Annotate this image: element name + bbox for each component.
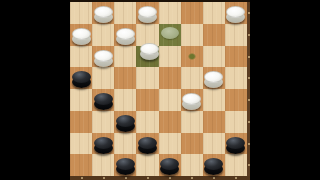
column-coordinate-mark <box>103 177 105 179</box>
board-grid <box>70 2 247 176</box>
black-checker-piece[interactable] <box>160 158 179 175</box>
column-coordinate-mark <box>191 177 193 179</box>
square-r1c0[interactable] <box>70 24 92 46</box>
game-screen <box>0 0 320 180</box>
square-r5c3[interactable] <box>136 111 158 133</box>
square-r3c6[interactable] <box>203 67 225 89</box>
square-r2c4[interactable] <box>159 46 181 68</box>
black-checker-piece[interactable] <box>94 93 113 110</box>
square-r7c1[interactable] <box>92 154 114 176</box>
black-checker-piece[interactable] <box>116 158 135 175</box>
piece-top <box>72 71 91 83</box>
black-checker-piece[interactable] <box>94 137 113 154</box>
black-checker-piece[interactable] <box>226 137 245 154</box>
square-r6c3[interactable] <box>136 133 158 155</box>
square-r2c3[interactable] <box>136 46 158 68</box>
square-r7c7[interactable] <box>225 154 247 176</box>
square-r4c5[interactable] <box>181 89 203 111</box>
piece-top <box>72 28 91 40</box>
right-coordinate-strip <box>247 2 250 176</box>
square-r7c6[interactable] <box>203 154 225 176</box>
piece-top <box>94 50 113 62</box>
black-checker-piece[interactable] <box>116 115 135 132</box>
piece-top <box>116 28 135 40</box>
square-r1c4[interactable] <box>159 24 181 46</box>
row-coordinate-mark <box>248 164 250 166</box>
square-r6c5[interactable] <box>181 133 203 155</box>
square-r4c6[interactable] <box>203 89 225 111</box>
row-coordinate-mark <box>248 99 250 101</box>
square-r7c5[interactable] <box>181 154 203 176</box>
black-checker-piece[interactable] <box>204 158 223 175</box>
square-r4c4[interactable] <box>159 89 181 111</box>
square-r0c3[interactable] <box>136 2 158 24</box>
square-r5c5[interactable] <box>181 111 203 133</box>
ghost-piece-preview <box>161 27 179 39</box>
column-coordinate-mark <box>147 177 149 179</box>
square-r4c3[interactable] <box>136 89 158 111</box>
square-r5c1[interactable] <box>92 111 114 133</box>
square-r4c7[interactable] <box>225 89 247 111</box>
square-r7c4[interactable] <box>159 154 181 176</box>
square-r1c7[interactable] <box>225 24 247 46</box>
square-r5c4[interactable] <box>159 111 181 133</box>
white-checker-piece[interactable] <box>72 28 91 45</box>
square-r2c2[interactable] <box>114 46 136 68</box>
white-checker-piece[interactable] <box>94 6 113 23</box>
column-coordinate-mark <box>213 177 215 179</box>
square-r3c3[interactable] <box>136 67 158 89</box>
square-r0c2[interactable] <box>114 2 136 24</box>
square-r6c1[interactable] <box>92 133 114 155</box>
white-checker-piece[interactable] <box>116 28 135 45</box>
square-r4c1[interactable] <box>92 89 114 111</box>
piece-top <box>226 137 245 149</box>
white-checker-piece[interactable] <box>140 43 159 60</box>
square-r3c4[interactable] <box>159 67 181 89</box>
piece-top <box>94 93 113 105</box>
bottom-coordinate-strip <box>70 176 250 180</box>
white-checker-piece[interactable] <box>226 6 245 23</box>
square-r7c0[interactable] <box>70 154 92 176</box>
column-coordinate-mark <box>81 177 83 179</box>
square-r0c1[interactable] <box>92 2 114 24</box>
white-checker-piece[interactable] <box>182 93 201 110</box>
square-r0c4[interactable] <box>159 2 181 24</box>
square-r4c2[interactable] <box>114 89 136 111</box>
piece-top <box>138 6 157 18</box>
left-letterbox-bar <box>0 0 70 180</box>
white-checker-piece[interactable] <box>204 71 223 88</box>
square-r2c7[interactable] <box>225 46 247 68</box>
square-r1c5[interactable] <box>181 24 203 46</box>
square-r0c7[interactable] <box>225 2 247 24</box>
black-checker-piece[interactable] <box>138 137 157 154</box>
square-r3c7[interactable] <box>225 67 247 89</box>
checkers-board <box>70 0 250 180</box>
square-r2c1[interactable] <box>92 46 114 68</box>
white-checker-piece[interactable] <box>138 6 157 23</box>
right-letterbox-bar <box>250 0 320 180</box>
row-coordinate-mark <box>248 143 250 145</box>
row-coordinate-mark <box>248 121 250 123</box>
square-r5c0[interactable] <box>70 111 92 133</box>
column-coordinate-mark <box>169 177 171 179</box>
black-checker-piece[interactable] <box>72 71 91 88</box>
move-hint-dot <box>188 53 196 60</box>
column-coordinate-mark <box>125 177 127 179</box>
square-r6c2[interactable] <box>114 133 136 155</box>
square-r7c3[interactable] <box>136 154 158 176</box>
square-r5c6[interactable] <box>203 111 225 133</box>
square-r6c4[interactable] <box>159 133 181 155</box>
square-r5c2[interactable] <box>114 111 136 133</box>
row-coordinate-mark <box>248 56 250 58</box>
piece-top <box>116 115 135 127</box>
piece-top <box>94 137 113 149</box>
square-r3c1[interactable] <box>92 67 114 89</box>
piece-top <box>138 137 157 149</box>
row-coordinate-mark <box>248 12 250 14</box>
square-r6c6[interactable] <box>203 133 225 155</box>
white-checker-piece[interactable] <box>94 50 113 67</box>
square-r2c5[interactable] <box>181 46 203 68</box>
row-coordinate-mark <box>248 77 250 79</box>
square-r7c2[interactable] <box>114 154 136 176</box>
row-coordinate-mark <box>248 34 250 36</box>
column-coordinate-mark <box>235 177 237 179</box>
piece-top <box>94 6 113 18</box>
square-r2c0[interactable] <box>70 46 92 68</box>
square-r5c7[interactable] <box>225 111 247 133</box>
square-r1c1[interactable] <box>92 24 114 46</box>
square-r0c5[interactable] <box>181 2 203 24</box>
square-r3c2[interactable] <box>114 67 136 89</box>
square-r4c0[interactable] <box>70 89 92 111</box>
square-r0c6[interactable] <box>203 2 225 24</box>
square-r1c2[interactable] <box>114 24 136 46</box>
square-r1c6[interactable] <box>203 24 225 46</box>
piece-top <box>140 43 159 55</box>
square-r6c0[interactable] <box>70 133 92 155</box>
square-r3c5[interactable] <box>181 67 203 89</box>
square-r6c7[interactable] <box>225 133 247 155</box>
square-r3c0[interactable] <box>70 67 92 89</box>
square-r2c6[interactable] <box>203 46 225 68</box>
square-r0c0[interactable] <box>70 2 92 24</box>
